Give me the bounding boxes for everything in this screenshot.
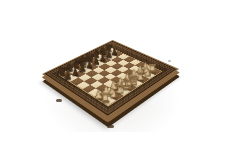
black-pawn[interactable]: ♟ xyxy=(63,70,72,80)
chess-set-product-photo: ♜♟♟♜♞♟♟♞♝♟♟♝♛♟♟♛♚♟♟♚♝♟♟♝♞♟♟♞♜♟♟♜ xyxy=(0,0,240,150)
perspective-wrapper: ♜♟♟♜♞♟♟♞♝♟♟♝♛♟♟♛♚♟♟♚♝♟♟♝♞♟♟♞♜♟♟♜ xyxy=(0,0,240,150)
board-frame: ♜♟♟♜♞♟♟♞♝♟♟♝♛♟♟♛♚♟♟♚♝♟♟♝♞♟♟♞♜♟♟♜ xyxy=(41,40,178,118)
metal-clasp xyxy=(168,60,171,62)
chess-board: ♜♟♟♜♞♟♟♞♝♟♟♝♛♟♟♛♚♟♟♚♝♟♟♝♞♟♟♞♜♟♟♜ xyxy=(41,40,178,118)
white-rook[interactable]: ♜ xyxy=(99,91,111,104)
